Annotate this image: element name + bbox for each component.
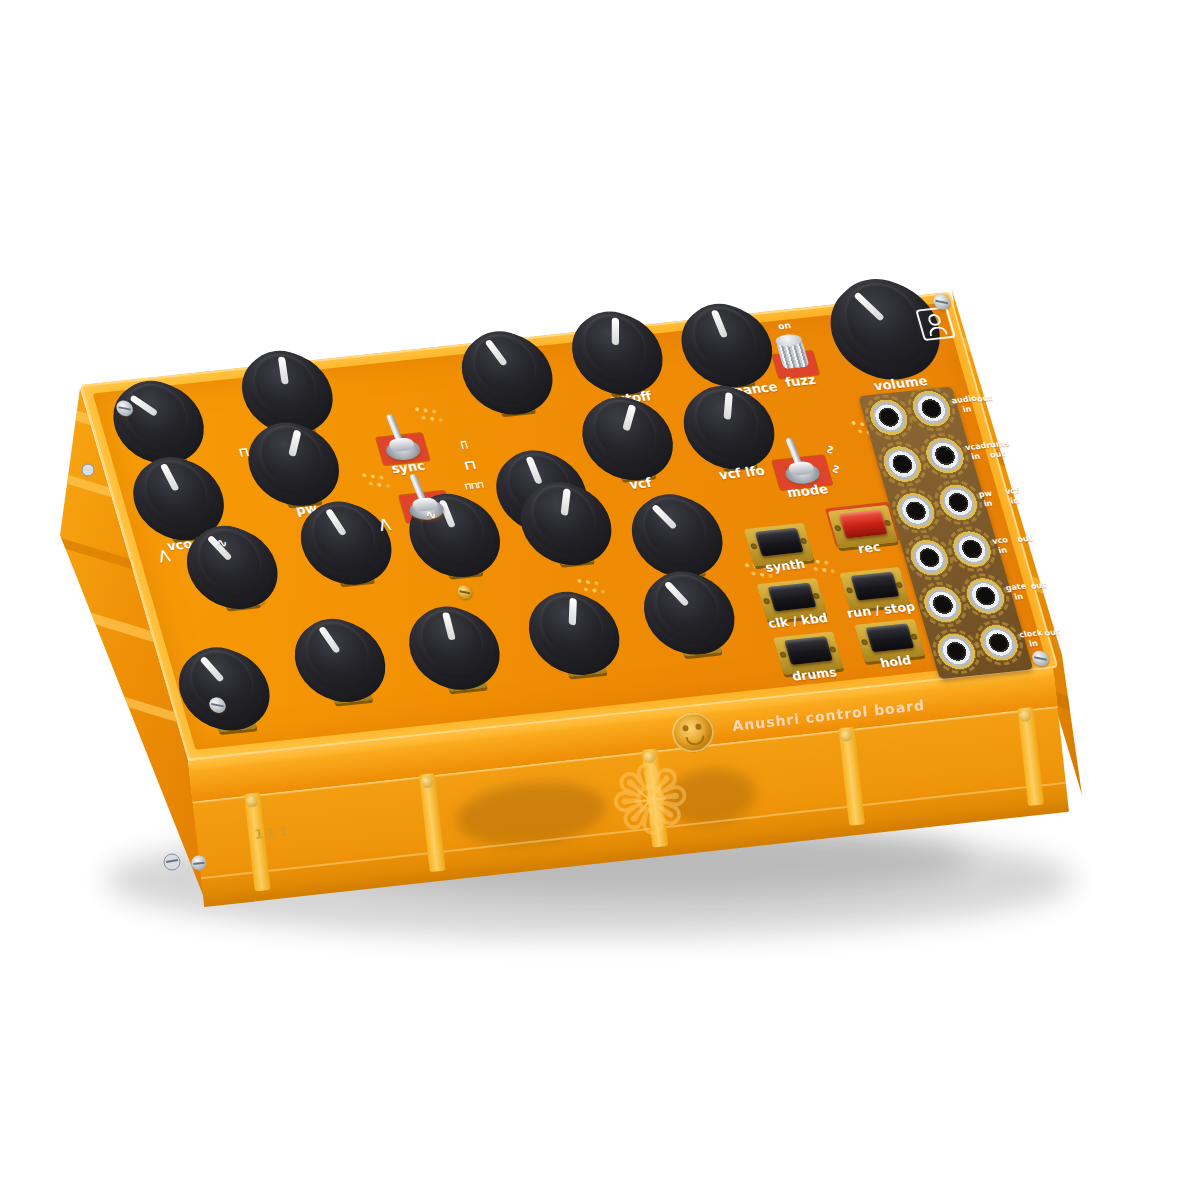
product-photo-scene: Anushri control board ❁✳ 111 cutoffreson… [0,0,1200,1200]
jack-direction: in [1028,639,1039,649]
knob-k11[interactable] [176,520,288,615]
knob-k12[interactable] [290,496,402,591]
knob-pointer-mark [484,339,508,367]
button-cap [851,572,900,601]
pcb-via-cluster [415,407,420,411]
knob-k20[interactable] [633,566,745,661]
knob-pointer-mark [525,456,543,485]
jack-name: pw [978,489,994,499]
mandala-etching: ❁✳ [590,740,711,861]
toggle-label: mode [762,479,854,503]
standoff-post [838,727,865,826]
patchbay-label-col: drumsout [979,439,1013,461]
knob-k16[interactable] [168,642,280,737]
knob-k10[interactable]: vcf lfo [673,381,785,476]
button-drums[interactable]: drums [773,631,843,674]
panel-screw [1030,650,1050,667]
waveform-icon: ∿ [827,463,845,475]
patchbay-label-col: gatein [1005,582,1031,603]
knob-pointer-mark [129,394,158,417]
knob-pointer-mark [622,404,636,432]
knob-pointer-mark [560,488,570,517]
jack-direction: in [970,452,981,462]
toggle-pw-shape[interactable] [394,465,450,526]
waveform-icon: ⊓ [462,457,479,473]
knob-pointer-mark [568,597,576,626]
jack-direction: out [1030,581,1047,591]
button-hold[interactable]: hold [854,619,924,662]
toggle-sync[interactable]: sync [371,405,427,466]
button-cap [784,636,833,665]
jack-direction: out [976,393,993,403]
jack-name: drums [979,439,1010,451]
fuzz-on-label: on [777,320,792,331]
gold-standoff-screw [456,585,474,600]
pcb-via-cluster [851,421,856,425]
knob-pointer-mark [159,463,179,492]
jack-name: vco [991,535,1009,545]
knob-pointer-mark [611,317,618,346]
button-clk-kbd[interactable]: clk / kbd [757,578,827,621]
button-cap [839,510,888,539]
jack-direction: out [1016,534,1033,544]
knob-pointer-mark [710,310,728,339]
standoff-post [419,773,446,872]
knob-pointer-mark [317,626,340,654]
knob-k17[interactable] [284,613,396,708]
knob-pointer-mark [288,429,301,457]
pcb-via-cluster [577,579,582,583]
knob-pointer-mark [324,508,346,536]
knob-k19[interactable] [518,586,630,681]
waveform-icon: ⊓⊓⊓ [463,480,484,492]
knob-pointer-mark [199,656,224,683]
jack-name: clock [1018,628,1043,639]
knob-k18[interactable] [398,601,510,696]
jack-direction: in [997,546,1008,556]
button-cap [755,528,804,557]
jack-direction: in [983,499,994,509]
waveform-icon: ∿ [822,443,840,455]
jack-direction: out [1043,627,1060,637]
jack-name: audio [950,394,977,405]
knob-pointer-mark [723,392,732,421]
jack-direction: in [1013,592,1024,602]
knob-pointer-mark [441,612,455,640]
patchbay-label-col: clockin [1018,628,1046,649]
case-screw [191,855,208,872]
button-synth[interactable]: synth [744,523,814,566]
jack-direction: in [962,405,973,415]
waveform-icon: ⊓ [458,437,469,452]
jack-direction: out [989,449,1006,459]
pcb-marking: 111 [254,823,292,842]
standoff-post [1017,707,1044,806]
jack-direction: in [1009,496,1020,506]
jack-name: vcf [1004,486,1020,496]
button-rec[interactable]: rec [828,505,898,548]
knob-k3[interactable] [451,326,563,421]
button-cap [866,623,915,652]
knob-pointer-mark [663,580,689,606]
knob-pointer-mark [277,357,288,385]
button-run-stop[interactable]: run / stop [840,567,910,610]
case-screw [82,464,94,476]
button-cap [768,583,817,612]
jack-name: gate [1005,582,1028,593]
knob-pointer-mark [853,292,885,322]
knob-pointer-mark [651,504,678,530]
